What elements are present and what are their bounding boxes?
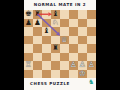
square-e3 (60, 53, 69, 62)
square-a7: ♟ (24, 19, 33, 28)
black-p-piece: ♟ (25, 19, 32, 27)
black-k-piece: ♚ (25, 10, 32, 18)
square-b5 (33, 36, 42, 45)
square-a2: ♖ (24, 61, 33, 70)
square-g5 (78, 36, 87, 45)
white-p-piece: ♙ (79, 61, 86, 69)
square-g8 (78, 10, 87, 19)
white-n-piece: ♘ (52, 19, 59, 27)
square-g7 (78, 19, 87, 28)
square-h2: ♙ (87, 61, 96, 70)
square-h4 (87, 44, 96, 53)
white-k-piece: ♔ (79, 70, 86, 78)
square-b7: ♟ (33, 19, 42, 28)
square-f2: ♙ (69, 61, 78, 70)
square-f7 (69, 19, 78, 28)
square-b2 (33, 61, 42, 70)
square-c4 (42, 44, 51, 53)
square-a4 (24, 44, 33, 53)
square-f5 (69, 36, 78, 45)
square-h5 (87, 36, 96, 45)
square-b1 (33, 70, 42, 79)
black-b-piece: ♝ (43, 27, 50, 35)
black-r-piece: ♜ (34, 10, 41, 18)
square-d7: ♘ (51, 19, 60, 28)
square-b4 (33, 44, 42, 53)
square-f6 (69, 27, 78, 36)
square-e1 (60, 70, 69, 79)
square-g6 (78, 27, 87, 36)
white-q-piece: ♕ (61, 36, 68, 44)
square-c1 (42, 70, 51, 79)
square-f1 (69, 70, 78, 79)
square-h7 (87, 19, 96, 28)
square-e2 (60, 61, 69, 70)
square-e7 (60, 19, 69, 28)
puzzle-panel: NORMAL MATE IN 2 ♚♜♝♟♟♘♝♕♜♖♙♙♙♔ CHESS PU… (24, 0, 96, 90)
square-f4 (69, 44, 78, 53)
square-e5: ♕ (60, 36, 69, 45)
square-h6 (87, 27, 96, 36)
square-c6: ♝ (42, 27, 51, 36)
puzzle-title: NORMAL MATE IN 2 (24, 2, 96, 7)
square-d1 (51, 70, 60, 79)
square-b6 (33, 27, 42, 36)
square-h1 (87, 70, 96, 79)
white-p-piece: ♙ (70, 61, 77, 69)
black-r-piece: ♜ (52, 44, 59, 52)
white-p-piece: ♙ (88, 61, 95, 69)
video-frame: NORMAL MATE IN 2 ♚♜♝♟♟♘♝♕♜♖♙♙♙♔ CHESS PU… (0, 0, 120, 90)
white-r-piece: ♖ (25, 61, 32, 69)
square-c8 (42, 10, 51, 19)
black-b-piece: ♝ (52, 10, 59, 18)
footer-label: CHESS PUZZLE (30, 81, 70, 86)
square-a5 (24, 36, 33, 45)
square-d6 (51, 27, 60, 36)
square-e8 (60, 10, 69, 19)
square-g1: ♔ (78, 70, 87, 79)
letterbox-right (96, 0, 120, 90)
square-c2 (42, 61, 51, 70)
square-d2 (51, 61, 60, 70)
black-p-piece: ♟ (34, 19, 41, 27)
square-f8 (69, 10, 78, 19)
square-g4 (78, 44, 87, 53)
square-c3 (42, 53, 51, 62)
chess-board: ♚♜♝♟♟♘♝♕♜♖♙♙♙♔ (24, 10, 96, 78)
letterbox-left (0, 0, 24, 90)
teal-knight-icon: ♞ (88, 79, 94, 86)
square-h8 (87, 10, 96, 19)
square-e4 (60, 44, 69, 53)
square-a1 (24, 70, 33, 79)
square-d4: ♜ (51, 44, 60, 53)
square-c5 (42, 36, 51, 45)
square-a6 (24, 27, 33, 36)
square-b3 (33, 53, 42, 62)
square-d3 (51, 53, 60, 62)
